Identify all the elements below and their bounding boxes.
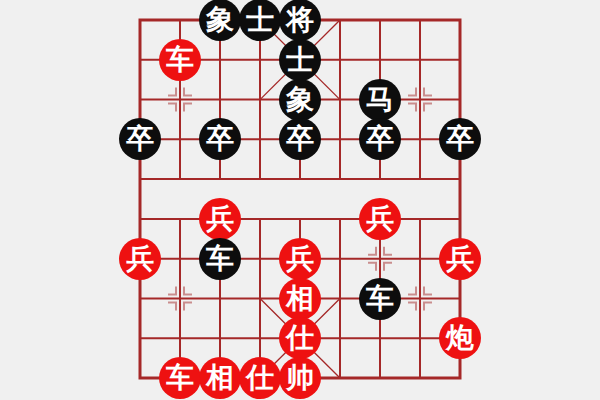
piece-black-advisor[interactable]: 士 (239, 0, 281, 41)
piece-black-elephant[interactable]: 象 (279, 79, 321, 121)
piece-red-elephant[interactable]: 相 (199, 357, 241, 399)
piece-black-chariot[interactable]: 车 (199, 238, 241, 280)
piece-black-soldier[interactable]: 卒 (439, 118, 481, 160)
piece-red-general[interactable]: 帅 (279, 357, 321, 399)
piece-black-elephant[interactable]: 象 (199, 0, 241, 41)
piece-black-soldier[interactable]: 卒 (119, 118, 161, 160)
piece-black-advisor[interactable]: 士 (279, 39, 321, 81)
piece-black-soldier[interactable]: 卒 (199, 118, 241, 160)
piece-black-chariot[interactable]: 车 (359, 278, 401, 320)
piece-red-advisor[interactable]: 仕 (279, 317, 321, 359)
piece-black-general[interactable]: 将 (279, 0, 321, 41)
piece-red-chariot[interactable]: 车 (159, 39, 201, 81)
piece-red-soldier[interactable]: 兵 (279, 238, 321, 280)
piece-black-soldier[interactable]: 卒 (359, 118, 401, 160)
piece-black-soldier[interactable]: 卒 (279, 118, 321, 160)
piece-red-soldier[interactable]: 兵 (199, 198, 241, 240)
piece-red-soldier[interactable]: 兵 (119, 238, 161, 280)
piece-red-soldier[interactable]: 兵 (359, 198, 401, 240)
piece-red-chariot[interactable]: 车 (159, 357, 201, 399)
piece-black-horse[interactable]: 马 (359, 79, 401, 121)
piece-red-elephant[interactable]: 相 (279, 278, 321, 320)
piece-red-soldier[interactable]: 兵 (439, 238, 481, 280)
piece-red-cannon[interactable]: 炮 (439, 317, 481, 359)
piece-red-advisor[interactable]: 仕 (239, 357, 281, 399)
xiangqi-board[interactable]: 象士将车士象马卒卒卒卒卒兵兵兵车兵兵相车仕炮车相仕帅 (0, 0, 600, 400)
